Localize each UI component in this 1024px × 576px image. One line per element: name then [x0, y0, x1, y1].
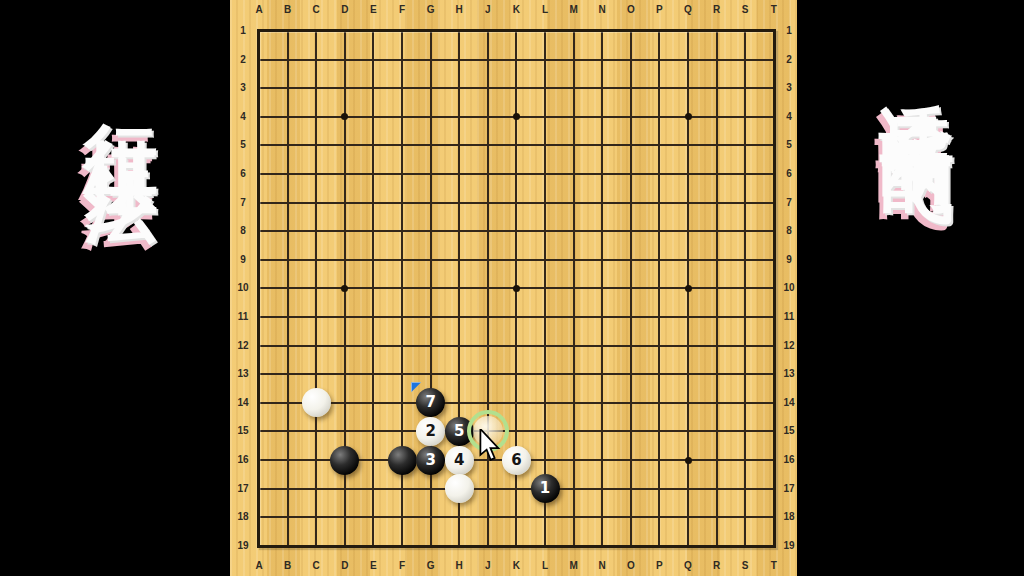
- row-label: 3: [780, 82, 798, 94]
- col-label: T: [765, 560, 783, 572]
- row-label: 9: [780, 254, 798, 266]
- row-label: 4: [780, 111, 798, 123]
- stone-white: [445, 474, 474, 503]
- stone-white: [302, 388, 331, 417]
- col-label: C: [307, 4, 325, 16]
- col-label: Q: [679, 4, 697, 16]
- row-label: 19: [234, 540, 252, 552]
- row-label: 13: [234, 368, 252, 380]
- col-label: R: [708, 4, 726, 16]
- stone-black-move-1: 1: [531, 474, 560, 503]
- col-label: T: [765, 4, 783, 16]
- col-label: J: [479, 4, 497, 16]
- col-label: M: [565, 4, 583, 16]
- row-label: 2: [780, 54, 798, 66]
- stone-number: 4: [454, 453, 464, 468]
- stone-number: 5: [454, 424, 464, 439]
- row-label: 7: [234, 197, 252, 209]
- row-label: 6: [780, 168, 798, 180]
- col-label: S: [736, 4, 754, 16]
- row-label: 2: [234, 54, 252, 66]
- col-label: B: [279, 560, 297, 572]
- row-label: 13: [780, 368, 798, 380]
- col-label: L: [536, 4, 554, 16]
- col-label: M: [565, 560, 583, 572]
- col-label: J: [479, 560, 497, 572]
- star-point: [685, 285, 692, 292]
- col-label: O: [622, 560, 640, 572]
- stone-white-move-6: 6: [502, 446, 531, 475]
- row-label: 5: [780, 139, 798, 151]
- col-label: Q: [679, 560, 697, 572]
- col-label: P: [650, 4, 668, 16]
- row-label: 1: [234, 25, 252, 37]
- col-label: H: [450, 4, 468, 16]
- row-label: 7: [780, 197, 798, 209]
- col-label: F: [393, 560, 411, 572]
- row-label: 12: [780, 340, 798, 352]
- row-label: 11: [234, 311, 252, 323]
- stone-black: [330, 446, 359, 475]
- row-label: 5: [234, 139, 252, 151]
- row-label: 18: [780, 511, 798, 523]
- stone-white-move-2: 2: [416, 417, 445, 446]
- star-point: [685, 113, 692, 120]
- row-label: 15: [234, 425, 252, 437]
- stone-number: 1: [540, 481, 550, 496]
- row-label: 18: [234, 511, 252, 523]
- row-label: 15: [780, 425, 798, 437]
- row-label: 1: [780, 25, 798, 37]
- col-label: D: [336, 4, 354, 16]
- mouse-cursor-icon: [478, 429, 502, 461]
- col-label: E: [364, 4, 382, 16]
- col-label: P: [650, 560, 668, 572]
- col-label: A: [250, 560, 268, 572]
- stone-number: 3: [425, 453, 435, 468]
- stone-number: 2: [425, 424, 435, 439]
- star-point: [513, 285, 520, 292]
- row-label: 9: [234, 254, 252, 266]
- row-label: 14: [234, 397, 252, 409]
- col-label: F: [393, 4, 411, 16]
- row-label: 14: [780, 397, 798, 409]
- col-label: D: [336, 560, 354, 572]
- stone-black-move-3: 3: [416, 446, 445, 475]
- row-label: 16: [780, 454, 798, 466]
- col-label: C: [307, 560, 325, 572]
- stone-black: [388, 446, 417, 475]
- screenshot-stage: 行棋步法 诱导断的飞 AABBCCDDEEFFGGHHJJKKLLMMNNOOP…: [0, 0, 1024, 576]
- col-label: E: [364, 560, 382, 572]
- stone-number: 6: [511, 453, 521, 468]
- col-label: G: [422, 4, 440, 16]
- go-board[interactable]: AABBCCDDEEFFGGHHJJKKLLMMNNOOPPQQRRSSTT11…: [230, 0, 797, 576]
- stone-white-move-4: 4: [445, 446, 474, 475]
- row-label: 10: [780, 282, 798, 294]
- row-label: 10: [234, 282, 252, 294]
- col-label: O: [622, 4, 640, 16]
- row-label: 17: [780, 483, 798, 495]
- col-label: B: [279, 4, 297, 16]
- row-label: 8: [234, 225, 252, 237]
- col-label: R: [708, 560, 726, 572]
- col-label: K: [507, 560, 525, 572]
- col-label: A: [250, 4, 268, 16]
- row-label: 16: [234, 454, 252, 466]
- row-label: 3: [234, 82, 252, 94]
- row-label: 12: [234, 340, 252, 352]
- row-label: 17: [234, 483, 252, 495]
- stone-number: 7: [425, 395, 435, 410]
- right-vertical-title: 诱导断的飞: [868, 44, 968, 109]
- row-label: 8: [780, 225, 798, 237]
- col-label: S: [736, 560, 754, 572]
- row-label: 4: [234, 111, 252, 123]
- col-label: K: [507, 4, 525, 16]
- col-label: L: [536, 560, 554, 572]
- star-point: [685, 457, 692, 464]
- col-label: G: [422, 560, 440, 572]
- left-vertical-title: 行棋步法: [72, 64, 172, 128]
- col-label: H: [450, 560, 468, 572]
- row-label: 19: [780, 540, 798, 552]
- col-label: N: [593, 560, 611, 572]
- row-label: 11: [780, 311, 798, 323]
- col-label: N: [593, 4, 611, 16]
- row-label: 6: [234, 168, 252, 180]
